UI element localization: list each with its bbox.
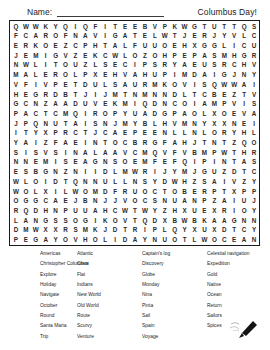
grid-cell: R	[219, 206, 229, 216]
grid-cell: V	[120, 197, 130, 207]
grid-cell: C	[249, 32, 259, 42]
grid-cell: H	[80, 235, 90, 245]
grid-cell: E	[130, 158, 140, 168]
grid-cell: L	[199, 109, 209, 119]
grid-cell: M	[110, 90, 120, 100]
grid-cell: U	[199, 61, 209, 71]
grid-cell: G	[199, 41, 209, 51]
grid-cell: A	[219, 216, 229, 226]
grid-cell: O	[249, 138, 259, 148]
grid-cell: T	[110, 22, 120, 32]
grid-cell: X	[209, 119, 219, 129]
grid-cell: V	[229, 100, 239, 110]
grid-cell: W	[21, 22, 31, 32]
grid-cell: G	[31, 235, 41, 245]
grid-cell: H	[180, 138, 190, 148]
grid-cell: G	[199, 167, 209, 177]
grid-cell: C	[229, 61, 239, 71]
grid-cell: M	[120, 100, 130, 110]
grid-cell: F	[110, 187, 120, 197]
grid-cell: C	[21, 100, 31, 110]
grid-cell: X	[180, 206, 190, 216]
grid-cell: T	[190, 90, 200, 100]
grid-cell: W	[160, 32, 170, 42]
grid-cell: Y	[51, 235, 61, 245]
grid-cell: N	[239, 216, 249, 226]
grid-cell: A	[110, 129, 120, 139]
grid-cell: E	[11, 41, 21, 51]
word-bank-column: Captain's logDiscoveryGlobeMondayNinaPin…	[142, 249, 170, 342]
grid-cell: O	[61, 235, 71, 245]
grid-cell: O	[100, 109, 110, 119]
grid-cell: R	[140, 167, 150, 177]
grid-cell: X	[51, 226, 61, 236]
name-blank-line[interactable]	[57, 5, 164, 17]
grid-cell: N	[31, 100, 41, 110]
grid-cell: P	[21, 119, 31, 129]
grid-cell: O	[41, 41, 51, 51]
word-bank-item: Ocean	[207, 290, 249, 300]
grid-cell: R	[249, 51, 259, 61]
grid-cell: A	[21, 216, 31, 226]
grid-cell: N	[160, 90, 170, 100]
grid-cell: B	[190, 148, 200, 158]
grid-cell: R	[140, 80, 150, 90]
grid-cell: S	[209, 61, 219, 71]
grid-cell: M	[199, 148, 209, 158]
grid-cell: D	[110, 226, 120, 236]
grid-cell: P	[239, 187, 249, 197]
grid-cell: Z	[41, 100, 51, 110]
grid-cell: E	[170, 41, 180, 51]
grid-cell: E	[110, 61, 120, 71]
grid-cell: E	[229, 235, 239, 245]
grid-cell: R	[140, 138, 150, 148]
grid-cell: N	[130, 177, 140, 187]
grid-cell: E	[100, 100, 110, 110]
grid-cell: Y	[150, 206, 160, 216]
grid-cell: B	[140, 22, 150, 32]
grid-cell: S	[21, 167, 31, 177]
grid-cell: O	[170, 187, 180, 197]
grid-cell: V	[249, 90, 259, 100]
grid-cell: Z	[71, 51, 81, 61]
grid-cell: I	[51, 158, 61, 168]
grid-cell: P	[209, 148, 219, 158]
grid-cell: D	[150, 100, 160, 110]
grid-cell: G	[219, 70, 229, 80]
grid-cell: Z	[140, 51, 150, 61]
grid-cell: A	[239, 158, 249, 168]
grid-cell: N	[11, 61, 21, 71]
grid-cell: G	[110, 32, 120, 42]
grid-cell: M	[219, 51, 229, 61]
grid-cell: I	[11, 129, 21, 139]
grid-cell: X	[190, 226, 200, 236]
grid-cell: T	[71, 80, 81, 90]
grid-cell: A	[80, 32, 90, 42]
grid-cell: R	[249, 148, 259, 158]
word-bank-item: Old World	[77, 301, 101, 311]
grid-cell: U	[209, 167, 219, 177]
word-bank-item: Nina	[142, 290, 170, 300]
grid-cell: J	[11, 119, 21, 129]
grid-cell: R	[160, 61, 170, 71]
grid-cell: T	[180, 235, 190, 245]
grid-cell: I	[170, 70, 180, 80]
grid-cell: V	[180, 148, 190, 158]
grid-cell: A	[209, 177, 219, 187]
grid-cell: U	[71, 61, 81, 71]
grid-cell: V	[71, 235, 81, 245]
grid-cell: I	[80, 109, 90, 119]
word-bank-item: Pinta	[142, 301, 170, 311]
grid-cell: Y	[249, 226, 259, 236]
grid-cell: S	[110, 158, 120, 168]
grid-cell: Z	[61, 167, 71, 177]
grid-cell: A	[61, 138, 71, 148]
grid-cell: T	[100, 138, 110, 148]
grid-cell: F	[130, 41, 140, 51]
grid-cell: U	[80, 206, 90, 216]
grid-cell: T	[219, 187, 229, 197]
grid-cell: N	[160, 100, 170, 110]
grid-cell: S	[61, 158, 71, 168]
grid-cell: N	[100, 158, 110, 168]
grid-cell: D	[80, 80, 90, 90]
grid-cell: V	[120, 148, 130, 158]
grid-cell: I	[229, 197, 239, 207]
grid-cell: E	[80, 51, 90, 61]
grid-cell: Z	[219, 167, 229, 177]
grid-cell: E	[21, 51, 31, 61]
grid-cell: H	[11, 90, 21, 100]
grid-cell: Y	[229, 129, 239, 139]
grid-cell: B	[31, 167, 41, 177]
grid-cell: H	[180, 177, 190, 187]
grid-cell: C	[170, 100, 180, 110]
grid-cell: L	[110, 167, 120, 177]
grid-cell: J	[110, 119, 120, 129]
grid-cell: D	[120, 235, 130, 245]
grid-cell: R	[219, 129, 229, 139]
grid-cell: T	[130, 206, 140, 216]
grid-cell: U	[140, 41, 150, 51]
grid-cell: P	[140, 61, 150, 71]
grid-cell: O	[80, 187, 90, 197]
grid-cell: N	[209, 138, 219, 148]
grid-cell: Z	[229, 90, 239, 100]
grid-cell: Y	[51, 22, 61, 32]
grid-cell: A	[110, 148, 120, 158]
grid-cell: F	[170, 158, 180, 168]
grid-cell: U	[160, 235, 170, 245]
grid-cell: L	[249, 129, 259, 139]
grid-cell: J	[229, 70, 239, 80]
grid-cell: M	[150, 80, 160, 90]
grid-cell: G	[209, 41, 219, 51]
grid-cell: G	[229, 216, 239, 226]
grid-cell: K	[90, 226, 100, 236]
grid-cell: L	[180, 90, 190, 100]
grid-cell: I	[219, 177, 229, 187]
grid-cell: W	[21, 61, 31, 71]
grid-cell: T	[229, 226, 239, 236]
grid-cell: M	[140, 90, 150, 100]
grid-cell: E	[61, 80, 71, 90]
grid-cell: C	[120, 138, 130, 148]
grid-cell: E	[180, 51, 190, 61]
grid-cell: O	[61, 70, 71, 80]
grid-cell: E	[51, 41, 61, 51]
grid-cell: U	[130, 109, 140, 119]
grid-cell: D	[160, 177, 170, 187]
grid-cell: K	[31, 41, 41, 51]
grid-cell: L	[31, 61, 41, 71]
grid-cell: O	[110, 138, 120, 148]
grid-cell: H	[180, 41, 190, 51]
grid-cell: P	[11, 235, 21, 245]
grid-cell: E	[41, 70, 51, 80]
grid-cell: E	[239, 119, 249, 129]
word-bank-item: Spain	[142, 321, 170, 331]
grid-cell: B	[140, 119, 150, 129]
grid-cell: A	[130, 70, 140, 80]
grid-cell: N	[160, 129, 170, 139]
grid-cell: W	[31, 226, 41, 236]
grid-cell: E	[130, 22, 140, 32]
word-bank-item: Captain's log	[142, 249, 170, 259]
grid-cell: P	[80, 41, 90, 51]
word-bank-item: Gold	[207, 270, 249, 280]
page-title: Columbus Day!	[198, 7, 257, 17]
word-bank-item: Flat	[77, 270, 101, 280]
grid-cell: P	[199, 197, 209, 207]
grid-cell: E	[61, 197, 71, 207]
grid-cell: P	[160, 70, 170, 80]
word-bank-item: Return	[207, 301, 249, 311]
grid-cell: I	[90, 90, 100, 100]
grid-cell: W	[180, 216, 190, 226]
grid-cell: I	[229, 206, 239, 216]
grid-cell: K	[170, 22, 180, 32]
grid-cell: M	[180, 167, 190, 177]
grid-cell: A	[41, 235, 51, 245]
grid-cell: A	[21, 138, 31, 148]
grid-cell: I	[249, 119, 259, 129]
grid-cell: I	[100, 32, 110, 42]
grid-cell: A	[21, 70, 31, 80]
grid-cell: H	[229, 51, 239, 61]
grid-cell: U	[71, 206, 81, 216]
grid-cell: Z	[80, 61, 90, 71]
grid-cell: X	[90, 70, 100, 80]
grid-cell: M	[80, 226, 90, 236]
word-bank-item: New World	[77, 290, 101, 300]
grid-cell: G	[11, 100, 21, 110]
grid-cell: S	[249, 100, 259, 110]
grid-cell: E	[71, 158, 81, 168]
grid-cell: J	[160, 167, 170, 177]
grid-cell: T	[229, 22, 239, 32]
grid-cell: W	[11, 177, 21, 187]
grid-cell: I	[130, 100, 140, 110]
grid-cell: X	[160, 216, 170, 226]
grid-cell: Q	[239, 138, 249, 148]
word-bank-item: Expedition	[207, 259, 249, 269]
grid-cell: D	[51, 90, 61, 100]
grid-cell: T	[61, 119, 71, 129]
grid-cell: I	[229, 41, 239, 51]
grid-cell: L	[90, 61, 100, 71]
grid-cell: P	[150, 226, 160, 236]
grid-cell: Q	[140, 216, 150, 226]
grid-cell: O	[31, 177, 41, 187]
grid-cell: U	[150, 41, 160, 51]
grid-cell: L	[190, 235, 200, 245]
grid-cell: Y	[140, 235, 150, 245]
grid-cell: N	[71, 148, 81, 158]
grid-cell: D	[150, 216, 160, 226]
grid-cell: W	[229, 80, 239, 90]
grid-cell: C	[140, 197, 150, 207]
grid-cell: L	[110, 177, 120, 187]
grid-cell: A	[21, 109, 31, 119]
grid-cell: J	[190, 138, 200, 148]
grid-cell: I	[71, 22, 81, 32]
grid-cell: M	[180, 119, 190, 129]
grid-cell: E	[190, 32, 200, 42]
grid-cell: P	[219, 100, 229, 110]
grid-cell: C	[41, 197, 51, 207]
grid-cell: M	[140, 148, 150, 158]
grid-cell: M	[90, 187, 100, 197]
grid-cell: O	[51, 32, 61, 42]
grid-cell: H	[160, 119, 170, 129]
grid-cell: O	[130, 51, 140, 61]
grid-cell: N	[71, 167, 81, 177]
word-bank-item: Celestial navigation	[207, 249, 249, 259]
grid-cell: N	[51, 206, 61, 216]
grid-cell: F	[11, 32, 21, 42]
grid-cell: A	[199, 100, 209, 110]
grid-cell: F	[170, 148, 180, 158]
grid-cell: L	[160, 226, 170, 236]
grid-cell: V	[11, 80, 21, 90]
grid-cell: E	[190, 187, 200, 197]
grid-cell: W	[140, 206, 150, 216]
grid-cell: R	[120, 187, 130, 197]
grid-cell: W	[219, 148, 229, 158]
grid-cell: S	[199, 80, 209, 90]
grid-cell: V	[249, 61, 259, 71]
grid-cell: Y	[170, 167, 180, 177]
grid-cell: A	[180, 109, 190, 119]
grid-cell: A	[31, 32, 41, 42]
grid-cell: I	[61, 148, 71, 158]
grid-cell: A	[180, 197, 190, 207]
grid-cell: C	[110, 206, 120, 216]
word-bank-item: Sail	[142, 311, 170, 321]
grid-cell: N	[31, 216, 41, 226]
grid-cell: P	[160, 22, 170, 32]
grid-cell: D	[190, 70, 200, 80]
grid-cell: A	[80, 158, 90, 168]
grid-cell: L	[31, 187, 41, 197]
grid-cell: Y	[249, 70, 259, 80]
grid-cell: F	[90, 22, 100, 32]
grid-cell: U	[51, 119, 61, 129]
grid-cell: B	[190, 216, 200, 226]
grid-cell: Y	[199, 119, 209, 129]
grid-cell: E	[71, 138, 81, 148]
grid-cell: J	[11, 51, 21, 61]
grid-cell: R	[130, 226, 140, 236]
grid-cell: H	[239, 61, 249, 71]
grid-cell: F	[150, 158, 160, 168]
word-bank-item: Route	[77, 311, 101, 321]
grid-cell: H	[140, 70, 150, 80]
grid-cell: O	[61, 61, 71, 71]
grid-cell: C	[150, 187, 160, 197]
word-bank-item: Crew	[77, 259, 101, 269]
grid-cell: T	[120, 226, 130, 236]
grid-cell: N	[150, 90, 160, 100]
grid-cell: W	[31, 22, 41, 32]
grid-cell: S	[51, 216, 61, 226]
grid-cell: I	[41, 51, 51, 61]
grid-cell: G	[190, 22, 200, 32]
grid-cell: Q	[31, 119, 41, 129]
grid-cell: A	[140, 109, 150, 119]
grid-cell: R	[11, 206, 21, 216]
grid-cell: V	[41, 80, 51, 90]
grid-cell: S	[51, 148, 61, 158]
grid-cell: R	[21, 41, 31, 51]
grid-cell: M	[21, 226, 31, 236]
grid-cell: N	[11, 158, 21, 168]
grid-cell: T	[170, 32, 180, 42]
grid-cell: J	[100, 197, 110, 207]
grid-cell: C	[51, 109, 61, 119]
grid-cell: O	[190, 109, 200, 119]
grid-cell: O	[140, 187, 150, 197]
grid-cell: C	[199, 90, 209, 100]
grid-cell: Z	[160, 206, 170, 216]
grid-cell: E	[140, 32, 150, 42]
grid-cell: Q	[11, 22, 21, 32]
grid-cell: V	[180, 80, 190, 90]
grid-cell: I	[80, 138, 90, 148]
grid-cell: V	[61, 51, 71, 61]
grid-cell: N	[219, 158, 229, 168]
grid-cell: G	[41, 167, 51, 177]
grid-cell: I	[21, 148, 31, 158]
grid-cell: V	[90, 32, 100, 42]
grid-cell: I	[31, 138, 41, 148]
grid-cell: Q	[61, 22, 71, 32]
grid-cell: B	[80, 197, 90, 207]
grid-cell: A	[80, 148, 90, 158]
grid-cell: C	[239, 226, 249, 236]
grid-cell: R	[51, 70, 61, 80]
grid-cell: A	[209, 216, 219, 226]
grid-cell: Y	[170, 61, 180, 71]
grid-cell: R	[61, 226, 71, 236]
grid-cell: I	[239, 100, 249, 110]
grid-cell: K	[110, 100, 120, 110]
grid-cell: T	[239, 167, 249, 177]
